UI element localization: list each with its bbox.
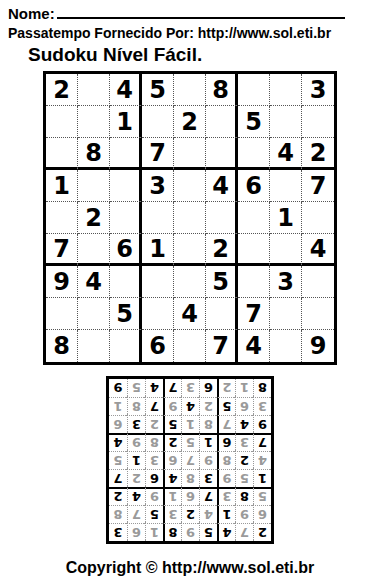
puzzle-cell-r9c7: 4 <box>238 330 270 362</box>
puzzle-cell-r2c6 <box>206 106 238 138</box>
solution-cell-r1c4: 5 <box>199 523 217 541</box>
solution-cell-r2c3: 1 <box>217 505 235 523</box>
solution-cell-r8c1: 3 <box>253 397 271 415</box>
puzzle-cell-r7c5 <box>174 266 206 298</box>
solution-cell-r7c7: 2 <box>145 415 163 433</box>
solution-cell-r3c1: 5 <box>253 487 271 505</box>
solution-cell-r5c3: 8 <box>217 451 235 469</box>
solution-cell-r1c2: 7 <box>235 523 253 541</box>
solution-cell-r6c5: 5 <box>181 433 199 451</box>
solution-cell-r5c8: 1 <box>127 451 145 469</box>
puzzle-cell-r5c7 <box>238 202 270 234</box>
solution-cell-r8c5: 4 <box>181 397 199 415</box>
solution-cell-r9c4: 6 <box>199 379 217 397</box>
solution-cell-r3c8: 4 <box>127 487 145 505</box>
puzzle-cell-r8c3: 5 <box>110 298 142 330</box>
puzzle-cell-r2c7: 5 <box>238 106 270 138</box>
solution-cell-r1c3: 4 <box>217 523 235 541</box>
solution-cell-r2c1: 6 <box>253 505 271 523</box>
solution-cell-r8c8: 8 <box>127 397 145 415</box>
puzzle-cell-r3c1 <box>46 138 78 170</box>
puzzle-cell-r4c2 <box>78 170 110 202</box>
sudoku-solution-grid-rotated: 2745981636914235785837619421593846274289… <box>106 376 274 544</box>
puzzle-cell-r1c8 <box>270 74 302 106</box>
puzzle-cell-r1c9: 3 <box>302 74 334 106</box>
puzzle-cell-r8c5: 4 <box>174 298 206 330</box>
puzzle-cell-r2c8 <box>270 106 302 138</box>
provided-by-text: Passatempo Fornecido Por: http://www.sol… <box>8 25 372 42</box>
sudoku-puzzle-grid: 245831258742134672176124945354786749 <box>43 71 337 365</box>
solution-cell-r9c2: 1 <box>235 379 253 397</box>
solution-cell-r4c7: 6 <box>145 469 163 487</box>
solution-cell-r7c1: 9 <box>253 415 271 433</box>
puzzle-cell-r3c6 <box>206 138 238 170</box>
puzzle-cell-r1c6: 8 <box>206 74 238 106</box>
solution-cell-r5c6: 6 <box>163 451 181 469</box>
puzzle-cell-r2c9 <box>302 106 334 138</box>
puzzle-cell-r9c5 <box>174 330 206 362</box>
puzzle-cell-r4c4: 3 <box>142 170 174 202</box>
puzzle-cell-r3c3 <box>110 138 142 170</box>
puzzle-cell-r9c3 <box>110 330 142 362</box>
puzzle-cell-r6c1: 7 <box>46 234 78 266</box>
solution-cell-r6c1: 7 <box>253 433 271 451</box>
puzzle-cell-r3c8: 4 <box>270 138 302 170</box>
puzzle-cell-r2c5: 2 <box>174 106 206 138</box>
solution-cell-r9c1: 8 <box>253 379 271 397</box>
name-blank-line <box>57 4 345 19</box>
solution-cell-r1c6: 8 <box>163 523 181 541</box>
solution-cell-r3c4: 7 <box>199 487 217 505</box>
solution-cell-r1c5: 9 <box>181 523 199 541</box>
puzzle-cell-r1c5 <box>174 74 206 106</box>
puzzle-cell-r1c7 <box>238 74 270 106</box>
puzzle-cell-r7c6: 5 <box>206 266 238 298</box>
puzzle-cell-r2c4 <box>142 106 174 138</box>
puzzle-cell-r5c5 <box>174 202 206 234</box>
solution-cell-r7c2: 4 <box>235 415 253 433</box>
puzzle-cell-r4c6: 4 <box>206 170 238 202</box>
puzzle-cell-r9c8 <box>270 330 302 362</box>
solution-cell-r7c6: 5 <box>163 415 181 433</box>
puzzle-cell-r1c3: 4 <box>110 74 142 106</box>
solution-cell-r2c9: 8 <box>109 505 127 523</box>
puzzle-cell-r7c1: 9 <box>46 266 78 298</box>
puzzle-cell-r4c8 <box>270 170 302 202</box>
puzzle-cell-r8c9 <box>302 298 334 330</box>
solution-cell-r4c1: 1 <box>253 469 271 487</box>
puzzle-cell-r6c6: 2 <box>206 234 238 266</box>
puzzle-cell-r2c1 <box>46 106 78 138</box>
solution-cell-r8c4: 2 <box>199 397 217 415</box>
puzzle-cell-r5c2: 2 <box>78 202 110 234</box>
solution-cell-r4c5: 8 <box>181 469 199 487</box>
solution-cell-r3c9: 2 <box>109 487 127 505</box>
solution-cell-r7c4: 8 <box>199 415 217 433</box>
solution-cell-r5c5: 7 <box>181 451 199 469</box>
puzzle-cell-r2c3: 1 <box>110 106 142 138</box>
solution-cell-r7c5: 1 <box>181 415 199 433</box>
solution-cell-r2c5: 2 <box>181 505 199 523</box>
solution-cell-r6c9: 4 <box>109 433 127 451</box>
puzzle-cell-r7c8: 3 <box>270 266 302 298</box>
solution-cell-r7c9: 6 <box>109 415 127 433</box>
solution-cell-r1c1: 2 <box>253 523 271 541</box>
puzzle-cell-r6c3: 6 <box>110 234 142 266</box>
solution-cell-r3c5: 6 <box>181 487 199 505</box>
solution-cell-r1c7: 1 <box>145 523 163 541</box>
solution-cell-r9c6: 7 <box>163 379 181 397</box>
puzzle-cell-r9c2 <box>78 330 110 362</box>
puzzle-cell-r7c3 <box>110 266 142 298</box>
puzzle-cell-r6c4: 1 <box>142 234 174 266</box>
puzzle-cell-r1c2 <box>78 74 110 106</box>
solution-cell-r7c8: 3 <box>127 415 145 433</box>
puzzle-cell-r7c7 <box>238 266 270 298</box>
solution-cell-r1c9: 3 <box>109 523 127 541</box>
solution-cell-r5c7: 3 <box>145 451 163 469</box>
puzzle-cell-r1c1: 2 <box>46 74 78 106</box>
puzzle-cell-r8c2 <box>78 298 110 330</box>
puzzle-cell-r7c9 <box>302 266 334 298</box>
puzzle-cell-r5c8: 1 <box>270 202 302 234</box>
puzzle-cell-r4c3 <box>110 170 142 202</box>
solution-cell-r8c9: 1 <box>109 397 127 415</box>
solution-cell-r3c3: 3 <box>217 487 235 505</box>
solution-cell-r5c4: 9 <box>199 451 217 469</box>
solution-cell-r3c6: 1 <box>163 487 181 505</box>
solution-cell-r4c6: 4 <box>163 469 181 487</box>
solution-cell-r2c8: 7 <box>127 505 145 523</box>
solution-cell-r5c1: 4 <box>253 451 271 469</box>
copyright-text: Copyright © http://www.sol.eti.br <box>8 559 372 577</box>
solution-cell-r6c7: 8 <box>145 433 163 451</box>
puzzle-cell-r2c2 <box>78 106 110 138</box>
puzzle-cell-r3c7 <box>238 138 270 170</box>
puzzle-cell-r5c1 <box>46 202 78 234</box>
solution-cell-r9c3: 2 <box>217 379 235 397</box>
printable-sudoku-page: Nome: Passatempo Fornecido Por: http://w… <box>0 0 380 577</box>
puzzle-cell-r4c9: 7 <box>302 170 334 202</box>
solution-cell-r8c6: 9 <box>163 397 181 415</box>
solution-cell-r6c4: 1 <box>199 433 217 451</box>
puzzle-cell-r8c1 <box>46 298 78 330</box>
puzzle-cell-r3c5 <box>174 138 206 170</box>
puzzle-cell-r3c2: 8 <box>78 138 110 170</box>
solution-cell-r7c3: 7 <box>217 415 235 433</box>
puzzle-cell-r4c1: 1 <box>46 170 78 202</box>
solution-cell-r9c9: 9 <box>109 379 127 397</box>
solution-cell-r2c2: 9 <box>235 505 253 523</box>
puzzle-cell-r7c4 <box>142 266 174 298</box>
solution-cell-r6c3: 6 <box>217 433 235 451</box>
puzzle-cell-r3c4: 7 <box>142 138 174 170</box>
puzzle-cell-r6c7 <box>238 234 270 266</box>
puzzle-cell-r5c6 <box>206 202 238 234</box>
puzzle-cell-r4c7: 6 <box>238 170 270 202</box>
solution-cell-r1c8: 6 <box>127 523 145 541</box>
solution-cell-r2c7: 5 <box>145 505 163 523</box>
puzzle-cell-r9c9: 9 <box>302 330 334 362</box>
puzzle-cell-r7c2: 4 <box>78 266 110 298</box>
solution-cell-r4c9: 7 <box>109 469 127 487</box>
puzzle-cell-r9c4: 6 <box>142 330 174 362</box>
page-title: Sudoku Nível Fácil. <box>28 44 372 66</box>
puzzle-cell-r9c6: 7 <box>206 330 238 362</box>
puzzle-cell-r5c9 <box>302 202 334 234</box>
solution-cell-r9c5: 3 <box>181 379 199 397</box>
solution-cell-r9c7: 4 <box>145 379 163 397</box>
puzzle-cell-r8c6 <box>206 298 238 330</box>
puzzle-cell-r8c8 <box>270 298 302 330</box>
solution-cell-r2c6: 3 <box>163 505 181 523</box>
solution-cell-r8c2: 6 <box>235 397 253 415</box>
solution-cell-r8c3: 5 <box>217 397 235 415</box>
solution-cell-r4c2: 5 <box>235 469 253 487</box>
solution-cell-r2c4: 4 <box>199 505 217 523</box>
puzzle-cell-r6c2 <box>78 234 110 266</box>
solution-cell-r6c2: 3 <box>235 433 253 451</box>
solution-cell-r8c7: 7 <box>145 397 163 415</box>
solution-cell-r4c4: 3 <box>199 469 217 487</box>
puzzle-cell-r4c5 <box>174 170 206 202</box>
puzzle-cell-r3c9: 2 <box>302 138 334 170</box>
name-row: Nome: <box>8 4 372 23</box>
solution-cell-r6c8: 9 <box>127 433 145 451</box>
puzzle-cell-r6c8 <box>270 234 302 266</box>
puzzle-cell-r8c7: 7 <box>238 298 270 330</box>
puzzle-cell-r1c4: 5 <box>142 74 174 106</box>
solution-cell-r9c8: 5 <box>127 379 145 397</box>
solution-cell-r5c2: 2 <box>235 451 253 469</box>
solution-cell-r3c2: 8 <box>235 487 253 505</box>
puzzle-cell-r9c1: 8 <box>46 330 78 362</box>
puzzle-cell-r6c5 <box>174 234 206 266</box>
solution-cell-r6c6: 2 <box>163 433 181 451</box>
puzzle-cell-r6c9: 4 <box>302 234 334 266</box>
puzzle-cell-r5c4 <box>142 202 174 234</box>
solution-cell-r5c9: 5 <box>109 451 127 469</box>
solution-cell-r4c3: 9 <box>217 469 235 487</box>
puzzle-cell-r5c3 <box>110 202 142 234</box>
puzzle-cell-r8c4 <box>142 298 174 330</box>
solution-cell-r3c7: 9 <box>145 487 163 505</box>
name-label: Nome: <box>8 5 55 22</box>
solution-area: 2745981636914235785837619421593846274289… <box>106 376 274 544</box>
solution-cell-r4c8: 2 <box>127 469 145 487</box>
